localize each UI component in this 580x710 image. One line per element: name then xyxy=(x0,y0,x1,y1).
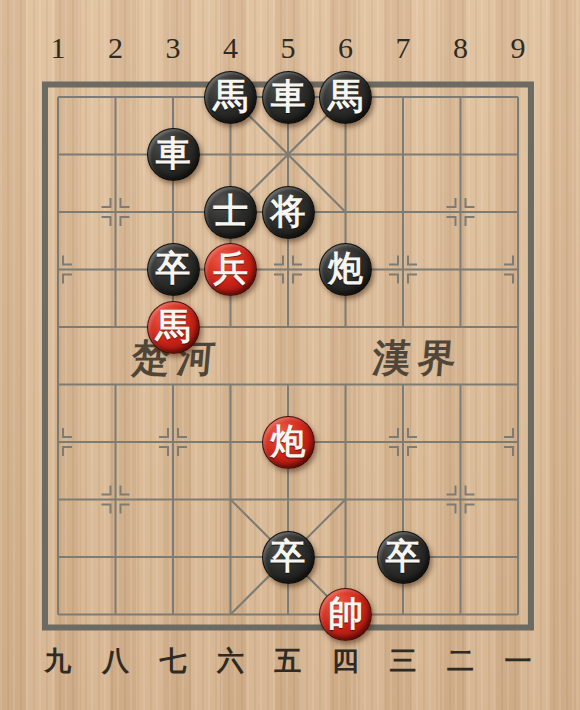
piece-black-soldier[interactable]: 卒 xyxy=(262,531,315,584)
file-label-bottom-7: 三 xyxy=(381,645,425,677)
point-marker xyxy=(389,275,398,284)
point-marker xyxy=(504,275,513,284)
point-marker xyxy=(408,275,417,284)
piece-black-soldier[interactable]: 卒 xyxy=(147,243,200,296)
file-label-bottom-2: 八 xyxy=(94,645,138,677)
point-marker xyxy=(121,505,130,514)
piece-glyph: 卒 xyxy=(386,539,421,574)
piece-glyph: 馬 xyxy=(156,309,191,344)
piece-black-advisor[interactable]: 士 xyxy=(204,186,257,239)
point-marker xyxy=(63,275,72,284)
point-marker xyxy=(466,486,475,495)
point-marker xyxy=(293,275,302,284)
piece-glyph: 車 xyxy=(271,79,306,114)
point-marker xyxy=(504,447,513,456)
point-marker xyxy=(447,198,456,207)
piece-glyph: 馬 xyxy=(213,79,248,114)
point-marker xyxy=(178,428,187,437)
piece-red-cannon[interactable]: 炮 xyxy=(262,416,315,469)
point-marker xyxy=(389,256,398,265)
point-marker xyxy=(102,486,111,495)
point-marker xyxy=(504,256,513,265)
point-marker xyxy=(121,198,130,207)
point-marker xyxy=(102,198,111,207)
point-marker xyxy=(121,217,130,226)
piece-black-cannon[interactable]: 炮 xyxy=(319,243,372,296)
piece-glyph: 卒 xyxy=(271,539,306,574)
piece-glyph: 兵 xyxy=(213,251,248,286)
piece-glyph: 将 xyxy=(271,194,306,229)
file-label-bottom-8: 二 xyxy=(439,645,483,677)
file-label-bottom-3: 七 xyxy=(151,645,195,677)
file-label-bottom-4: 六 xyxy=(209,645,253,677)
point-marker xyxy=(408,256,417,265)
point-marker xyxy=(466,505,475,514)
point-marker xyxy=(408,428,417,437)
point-marker xyxy=(274,256,283,265)
piece-black-general[interactable]: 将 xyxy=(262,186,315,239)
xiangqi-app: 123456789 楚河 漢界 馬車馬車士将卒炮兵馬炮卒卒帥 九八七六五四三二一 xyxy=(0,0,580,710)
point-marker xyxy=(159,428,168,437)
piece-glyph: 卒 xyxy=(156,251,191,286)
point-marker xyxy=(389,447,398,456)
piece-black-soldier[interactable]: 卒 xyxy=(377,531,430,584)
point-marker xyxy=(121,486,130,495)
point-marker xyxy=(466,217,475,226)
piece-glyph: 士 xyxy=(213,194,248,229)
point-marker xyxy=(466,198,475,207)
piece-glyph: 車 xyxy=(156,136,191,171)
point-marker xyxy=(408,447,417,456)
point-marker xyxy=(63,447,72,456)
piece-black-chariot[interactable]: 車 xyxy=(147,128,200,181)
piece-black-horse[interactable]: 馬 xyxy=(319,71,372,124)
point-marker xyxy=(274,275,283,284)
file-label-bottom-9: 一 xyxy=(496,645,540,677)
point-marker xyxy=(102,505,111,514)
river-label-right: 漢界 xyxy=(346,334,490,382)
piece-red-general[interactable]: 帥 xyxy=(319,588,372,641)
point-marker xyxy=(159,447,168,456)
point-marker xyxy=(447,505,456,514)
file-label-bottom-6: 四 xyxy=(324,645,368,677)
point-marker xyxy=(389,428,398,437)
point-marker xyxy=(293,256,302,265)
file-label-bottom-1: 九 xyxy=(36,645,80,677)
piece-red-soldier[interactable]: 兵 xyxy=(204,243,257,296)
piece-glyph: 帥 xyxy=(328,596,363,631)
point-marker xyxy=(447,217,456,226)
point-marker xyxy=(63,428,72,437)
point-marker xyxy=(504,428,513,437)
point-marker xyxy=(447,486,456,495)
point-marker xyxy=(102,217,111,226)
file-label-bottom-5: 五 xyxy=(266,645,310,677)
piece-glyph: 炮 xyxy=(271,424,306,459)
point-marker xyxy=(178,447,187,456)
piece-glyph: 炮 xyxy=(328,251,363,286)
piece-red-horse[interactable]: 馬 xyxy=(147,301,200,354)
point-marker xyxy=(63,256,72,265)
piece-black-chariot[interactable]: 車 xyxy=(262,71,315,124)
piece-glyph: 馬 xyxy=(328,79,363,114)
piece-black-horse[interactable]: 馬 xyxy=(204,71,257,124)
